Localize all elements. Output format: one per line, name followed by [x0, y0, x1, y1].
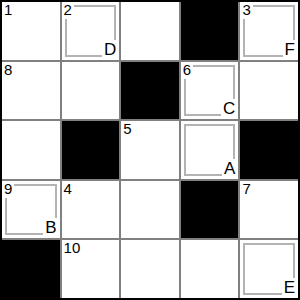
cell-r5c3[interactable]	[121, 240, 179, 298]
marked-square-letter: F	[283, 40, 295, 58]
marked-square-letter: A	[222, 159, 235, 177]
cell-r3c4[interactable]: A	[181, 121, 239, 179]
black-cell-r2c3	[121, 62, 179, 120]
cell-r5c4[interactable]	[181, 240, 239, 298]
cell-r4c1[interactable]: 9B	[2, 181, 60, 239]
cell-r2c1[interactable]: 8	[2, 62, 60, 120]
cell-r3c3[interactable]: 5	[121, 121, 179, 179]
black-cell-r1c4	[181, 2, 239, 60]
clue-number: 4	[64, 181, 74, 198]
black-cell-r3c2	[62, 121, 120, 179]
clue-number: 5	[123, 121, 133, 138]
cell-r4c2[interactable]: 4	[62, 181, 120, 239]
clue-number: 2	[64, 2, 74, 19]
cell-r3c1[interactable]	[2, 121, 60, 179]
clue-number: 6	[183, 62, 193, 79]
clue-number: 3	[242, 2, 252, 19]
clue-number: 7	[242, 181, 252, 198]
cell-r1c1[interactable]: 1	[2, 2, 60, 60]
cell-r4c5[interactable]: 7	[240, 181, 298, 239]
cell-r2c5[interactable]	[240, 62, 298, 120]
clue-number: 9	[4, 181, 14, 198]
marked-square-letter: C	[221, 99, 235, 117]
black-cell-r3c5	[240, 121, 298, 179]
cell-r1c3[interactable]	[121, 2, 179, 60]
cell-r4c3[interactable]	[121, 181, 179, 239]
clue-number: 10	[64, 240, 83, 257]
black-cell-r4c4	[181, 181, 239, 239]
marked-square-letter: E	[282, 278, 295, 296]
crossword-board: 12D3F86C5A9B4710E	[0, 0, 300, 300]
clue-number: 1	[4, 2, 14, 19]
cell-r1c5[interactable]: 3F	[240, 2, 298, 60]
cell-r5c5[interactable]: E	[240, 240, 298, 298]
cell-r2c4[interactable]: 6C	[181, 62, 239, 120]
marked-square-letter: B	[43, 218, 56, 236]
cell-r2c2[interactable]	[62, 62, 120, 120]
black-cell-r5c1	[2, 240, 60, 298]
cell-r5c2[interactable]: 10	[62, 240, 120, 298]
marked-square-letter: D	[102, 40, 116, 58]
clue-number: 8	[4, 62, 14, 79]
cell-r1c2[interactable]: 2D	[62, 2, 120, 60]
